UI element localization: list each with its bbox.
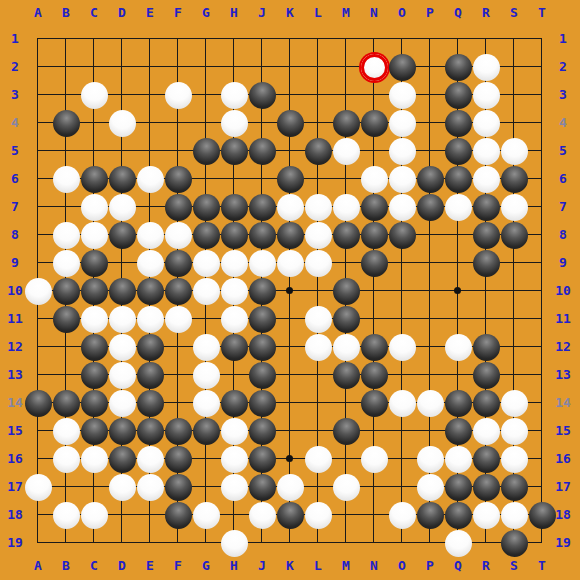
point-K8[interactable] (276, 221, 304, 249)
point-N7[interactable] (360, 193, 388, 221)
point-E18[interactable] (136, 501, 164, 529)
point-R2[interactable] (472, 53, 500, 81)
point-K1[interactable] (276, 25, 304, 53)
point-H12[interactable] (220, 333, 248, 361)
point-C16[interactable] (80, 445, 108, 473)
point-R19[interactable] (472, 529, 500, 557)
point-N11[interactable] (360, 305, 388, 333)
point-F6[interactable] (164, 165, 192, 193)
point-J3[interactable] (248, 81, 276, 109)
point-A15[interactable] (24, 417, 52, 445)
point-H2[interactable] (220, 53, 248, 81)
point-H17[interactable] (220, 473, 248, 501)
point-B5[interactable] (52, 137, 80, 165)
point-O8[interactable] (388, 221, 416, 249)
point-K19[interactable] (276, 529, 304, 557)
point-R8[interactable] (472, 221, 500, 249)
point-S18[interactable] (500, 501, 528, 529)
point-A3[interactable] (24, 81, 52, 109)
point-O16[interactable] (388, 445, 416, 473)
point-O4[interactable] (388, 109, 416, 137)
point-P8[interactable] (416, 221, 444, 249)
point-H13[interactable] (220, 361, 248, 389)
point-J18[interactable] (248, 501, 276, 529)
point-G3[interactable] (192, 81, 220, 109)
point-M1[interactable] (332, 25, 360, 53)
point-H1[interactable] (220, 25, 248, 53)
point-B1[interactable] (52, 25, 80, 53)
point-S4[interactable] (500, 109, 528, 137)
point-O3[interactable] (388, 81, 416, 109)
point-E5[interactable] (136, 137, 164, 165)
point-Q10[interactable] (444, 277, 472, 305)
point-N13[interactable] (360, 361, 388, 389)
point-L17[interactable] (304, 473, 332, 501)
point-D16[interactable] (108, 445, 136, 473)
point-M11[interactable] (332, 305, 360, 333)
point-N1[interactable] (360, 25, 388, 53)
point-T7[interactable] (528, 193, 556, 221)
point-B2[interactable] (52, 53, 80, 81)
point-C6[interactable] (80, 165, 108, 193)
point-G16[interactable] (192, 445, 220, 473)
point-N3[interactable] (360, 81, 388, 109)
point-B16[interactable] (52, 445, 80, 473)
point-D5[interactable] (108, 137, 136, 165)
point-H14[interactable] (220, 389, 248, 417)
point-G9[interactable] (192, 249, 220, 277)
point-M8[interactable] (332, 221, 360, 249)
point-R17[interactable] (472, 473, 500, 501)
point-L13[interactable] (304, 361, 332, 389)
point-J19[interactable] (248, 529, 276, 557)
point-R4[interactable] (472, 109, 500, 137)
point-R10[interactable] (472, 277, 500, 305)
point-E12[interactable] (136, 333, 164, 361)
point-G11[interactable] (192, 305, 220, 333)
point-L16[interactable] (304, 445, 332, 473)
point-K5[interactable] (276, 137, 304, 165)
point-K7[interactable] (276, 193, 304, 221)
point-R6[interactable] (472, 165, 500, 193)
point-P10[interactable] (416, 277, 444, 305)
point-Q18[interactable] (444, 501, 472, 529)
point-A14[interactable] (24, 389, 52, 417)
point-J14[interactable] (248, 389, 276, 417)
point-B8[interactable] (52, 221, 80, 249)
point-D18[interactable] (108, 501, 136, 529)
point-T19[interactable] (528, 529, 556, 557)
point-R16[interactable] (472, 445, 500, 473)
point-K15[interactable] (276, 417, 304, 445)
point-G4[interactable] (192, 109, 220, 137)
point-Q9[interactable] (444, 249, 472, 277)
point-M5[interactable] (332, 137, 360, 165)
point-L3[interactable] (304, 81, 332, 109)
point-D9[interactable] (108, 249, 136, 277)
point-R14[interactable] (472, 389, 500, 417)
point-C2[interactable] (80, 53, 108, 81)
point-K9[interactable] (276, 249, 304, 277)
point-J15[interactable] (248, 417, 276, 445)
point-E6[interactable] (136, 165, 164, 193)
point-G15[interactable] (192, 417, 220, 445)
point-N16[interactable] (360, 445, 388, 473)
point-J9[interactable] (248, 249, 276, 277)
point-J11[interactable] (248, 305, 276, 333)
point-L5[interactable] (304, 137, 332, 165)
point-P12[interactable] (416, 333, 444, 361)
point-P15[interactable] (416, 417, 444, 445)
point-T9[interactable] (528, 249, 556, 277)
point-Q17[interactable] (444, 473, 472, 501)
point-F10[interactable] (164, 277, 192, 305)
point-A10[interactable] (24, 277, 52, 305)
point-O1[interactable] (388, 25, 416, 53)
point-N9[interactable] (360, 249, 388, 277)
point-T11[interactable] (528, 305, 556, 333)
point-M7[interactable] (332, 193, 360, 221)
point-N6[interactable] (360, 165, 388, 193)
point-S9[interactable] (500, 249, 528, 277)
point-D13[interactable] (108, 361, 136, 389)
point-E9[interactable] (136, 249, 164, 277)
point-N2[interactable] (360, 53, 388, 81)
point-N5[interactable] (360, 137, 388, 165)
point-M10[interactable] (332, 277, 360, 305)
point-A9[interactable] (24, 249, 52, 277)
point-N15[interactable] (360, 417, 388, 445)
point-F17[interactable] (164, 473, 192, 501)
point-E7[interactable] (136, 193, 164, 221)
point-F7[interactable] (164, 193, 192, 221)
point-F14[interactable] (164, 389, 192, 417)
point-P14[interactable] (416, 389, 444, 417)
point-M15[interactable] (332, 417, 360, 445)
point-D8[interactable] (108, 221, 136, 249)
point-M12[interactable] (332, 333, 360, 361)
point-D17[interactable] (108, 473, 136, 501)
point-N12[interactable] (360, 333, 388, 361)
point-C11[interactable] (80, 305, 108, 333)
point-A11[interactable] (24, 305, 52, 333)
point-Q16[interactable] (444, 445, 472, 473)
point-H19[interactable] (220, 529, 248, 557)
point-M4[interactable] (332, 109, 360, 137)
point-S1[interactable] (500, 25, 528, 53)
point-J13[interactable] (248, 361, 276, 389)
point-O9[interactable] (388, 249, 416, 277)
point-P19[interactable] (416, 529, 444, 557)
point-A7[interactable] (24, 193, 52, 221)
point-E2[interactable] (136, 53, 164, 81)
point-P16[interactable] (416, 445, 444, 473)
point-P11[interactable] (416, 305, 444, 333)
point-A18[interactable] (24, 501, 52, 529)
point-H18[interactable] (220, 501, 248, 529)
point-R13[interactable] (472, 361, 500, 389)
point-L8[interactable] (304, 221, 332, 249)
point-N14[interactable] (360, 389, 388, 417)
point-S16[interactable] (500, 445, 528, 473)
point-O11[interactable] (388, 305, 416, 333)
point-S14[interactable] (500, 389, 528, 417)
point-F3[interactable] (164, 81, 192, 109)
point-F18[interactable] (164, 501, 192, 529)
point-P2[interactable] (416, 53, 444, 81)
point-O7[interactable] (388, 193, 416, 221)
point-F5[interactable] (164, 137, 192, 165)
point-Q13[interactable] (444, 361, 472, 389)
point-R7[interactable] (472, 193, 500, 221)
point-A8[interactable] (24, 221, 52, 249)
point-S7[interactable] (500, 193, 528, 221)
point-Q8[interactable] (444, 221, 472, 249)
point-E3[interactable] (136, 81, 164, 109)
point-N10[interactable] (360, 277, 388, 305)
point-L19[interactable] (304, 529, 332, 557)
point-T2[interactable] (528, 53, 556, 81)
point-H16[interactable] (220, 445, 248, 473)
point-P5[interactable] (416, 137, 444, 165)
point-D2[interactable] (108, 53, 136, 81)
point-K11[interactable] (276, 305, 304, 333)
point-O5[interactable] (388, 137, 416, 165)
point-F11[interactable] (164, 305, 192, 333)
point-L15[interactable] (304, 417, 332, 445)
point-B19[interactable] (52, 529, 80, 557)
point-B17[interactable] (52, 473, 80, 501)
point-H11[interactable] (220, 305, 248, 333)
point-L6[interactable] (304, 165, 332, 193)
point-B9[interactable] (52, 249, 80, 277)
point-G8[interactable] (192, 221, 220, 249)
point-G1[interactable] (192, 25, 220, 53)
point-C5[interactable] (80, 137, 108, 165)
point-P9[interactable] (416, 249, 444, 277)
point-R5[interactable] (472, 137, 500, 165)
point-G17[interactable] (192, 473, 220, 501)
point-B12[interactable] (52, 333, 80, 361)
point-D19[interactable] (108, 529, 136, 557)
point-M3[interactable] (332, 81, 360, 109)
point-Q5[interactable] (444, 137, 472, 165)
point-J12[interactable] (248, 333, 276, 361)
point-G18[interactable] (192, 501, 220, 529)
point-T13[interactable] (528, 361, 556, 389)
point-Q2[interactable] (444, 53, 472, 81)
point-A19[interactable] (24, 529, 52, 557)
point-O19[interactable] (388, 529, 416, 557)
point-T8[interactable] (528, 221, 556, 249)
point-E16[interactable] (136, 445, 164, 473)
point-C12[interactable] (80, 333, 108, 361)
point-C9[interactable] (80, 249, 108, 277)
point-B10[interactable] (52, 277, 80, 305)
point-C7[interactable] (80, 193, 108, 221)
point-L12[interactable] (304, 333, 332, 361)
point-T18[interactable] (528, 501, 556, 529)
point-O13[interactable] (388, 361, 416, 389)
point-Q1[interactable] (444, 25, 472, 53)
point-B13[interactable] (52, 361, 80, 389)
point-C3[interactable] (80, 81, 108, 109)
point-B15[interactable] (52, 417, 80, 445)
point-T1[interactable] (528, 25, 556, 53)
point-E10[interactable] (136, 277, 164, 305)
point-B18[interactable] (52, 501, 80, 529)
point-O12[interactable] (388, 333, 416, 361)
point-S12[interactable] (500, 333, 528, 361)
point-M18[interactable] (332, 501, 360, 529)
point-T6[interactable] (528, 165, 556, 193)
point-E15[interactable] (136, 417, 164, 445)
point-F9[interactable] (164, 249, 192, 277)
point-Q19[interactable] (444, 529, 472, 557)
point-P1[interactable] (416, 25, 444, 53)
point-H15[interactable] (220, 417, 248, 445)
point-C1[interactable] (80, 25, 108, 53)
point-M13[interactable] (332, 361, 360, 389)
point-D4[interactable] (108, 109, 136, 137)
point-J1[interactable] (248, 25, 276, 53)
point-C8[interactable] (80, 221, 108, 249)
point-C15[interactable] (80, 417, 108, 445)
point-Q3[interactable] (444, 81, 472, 109)
point-F19[interactable] (164, 529, 192, 557)
point-A2[interactable] (24, 53, 52, 81)
point-R18[interactable] (472, 501, 500, 529)
point-D12[interactable] (108, 333, 136, 361)
point-O15[interactable] (388, 417, 416, 445)
point-D3[interactable] (108, 81, 136, 109)
point-J4[interactable] (248, 109, 276, 137)
point-H8[interactable] (220, 221, 248, 249)
point-H4[interactable] (220, 109, 248, 137)
point-S3[interactable] (500, 81, 528, 109)
point-A12[interactable] (24, 333, 52, 361)
point-A4[interactable] (24, 109, 52, 137)
point-M9[interactable] (332, 249, 360, 277)
point-E19[interactable] (136, 529, 164, 557)
point-Q14[interactable] (444, 389, 472, 417)
point-O18[interactable] (388, 501, 416, 529)
point-O6[interactable] (388, 165, 416, 193)
point-Q15[interactable] (444, 417, 472, 445)
point-S17[interactable] (500, 473, 528, 501)
point-L10[interactable] (304, 277, 332, 305)
point-G2[interactable] (192, 53, 220, 81)
point-P4[interactable] (416, 109, 444, 137)
point-L2[interactable] (304, 53, 332, 81)
point-C10[interactable] (80, 277, 108, 305)
point-T15[interactable] (528, 417, 556, 445)
point-N17[interactable] (360, 473, 388, 501)
point-K4[interactable] (276, 109, 304, 137)
point-H7[interactable] (220, 193, 248, 221)
point-B3[interactable] (52, 81, 80, 109)
point-P3[interactable] (416, 81, 444, 109)
point-S5[interactable] (500, 137, 528, 165)
point-S13[interactable] (500, 361, 528, 389)
point-C14[interactable] (80, 389, 108, 417)
point-K13[interactable] (276, 361, 304, 389)
point-R9[interactable] (472, 249, 500, 277)
point-H5[interactable] (220, 137, 248, 165)
point-A1[interactable] (24, 25, 52, 53)
point-T17[interactable] (528, 473, 556, 501)
point-G14[interactable] (192, 389, 220, 417)
point-D10[interactable] (108, 277, 136, 305)
point-J2[interactable] (248, 53, 276, 81)
point-F1[interactable] (164, 25, 192, 53)
point-C18[interactable] (80, 501, 108, 529)
point-J5[interactable] (248, 137, 276, 165)
point-K14[interactable] (276, 389, 304, 417)
point-O17[interactable] (388, 473, 416, 501)
point-S8[interactable] (500, 221, 528, 249)
point-R11[interactable] (472, 305, 500, 333)
point-K18[interactable] (276, 501, 304, 529)
point-G12[interactable] (192, 333, 220, 361)
point-P7[interactable] (416, 193, 444, 221)
point-L11[interactable] (304, 305, 332, 333)
point-M16[interactable] (332, 445, 360, 473)
point-L7[interactable] (304, 193, 332, 221)
point-J7[interactable] (248, 193, 276, 221)
point-P6[interactable] (416, 165, 444, 193)
point-H9[interactable] (220, 249, 248, 277)
point-D7[interactable] (108, 193, 136, 221)
point-Q12[interactable] (444, 333, 472, 361)
point-B14[interactable] (52, 389, 80, 417)
point-T5[interactable] (528, 137, 556, 165)
point-L1[interactable] (304, 25, 332, 53)
point-N8[interactable] (360, 221, 388, 249)
point-G7[interactable] (192, 193, 220, 221)
point-T4[interactable] (528, 109, 556, 137)
point-A13[interactable] (24, 361, 52, 389)
point-S11[interactable] (500, 305, 528, 333)
point-D11[interactable] (108, 305, 136, 333)
point-K17[interactable] (276, 473, 304, 501)
point-S15[interactable] (500, 417, 528, 445)
point-J8[interactable] (248, 221, 276, 249)
point-R15[interactable] (472, 417, 500, 445)
point-F2[interactable] (164, 53, 192, 81)
point-E8[interactable] (136, 221, 164, 249)
point-E1[interactable] (136, 25, 164, 53)
point-G10[interactable] (192, 277, 220, 305)
point-G19[interactable] (192, 529, 220, 557)
point-C4[interactable] (80, 109, 108, 137)
point-M2[interactable] (332, 53, 360, 81)
point-A6[interactable] (24, 165, 52, 193)
point-M6[interactable] (332, 165, 360, 193)
point-H3[interactable] (220, 81, 248, 109)
point-K10[interactable] (276, 277, 304, 305)
point-B11[interactable] (52, 305, 80, 333)
point-R1[interactable] (472, 25, 500, 53)
point-P13[interactable] (416, 361, 444, 389)
point-E11[interactable] (136, 305, 164, 333)
point-D1[interactable] (108, 25, 136, 53)
point-O2[interactable] (388, 53, 416, 81)
point-J16[interactable] (248, 445, 276, 473)
point-M14[interactable] (332, 389, 360, 417)
point-D15[interactable] (108, 417, 136, 445)
point-G5[interactable] (192, 137, 220, 165)
